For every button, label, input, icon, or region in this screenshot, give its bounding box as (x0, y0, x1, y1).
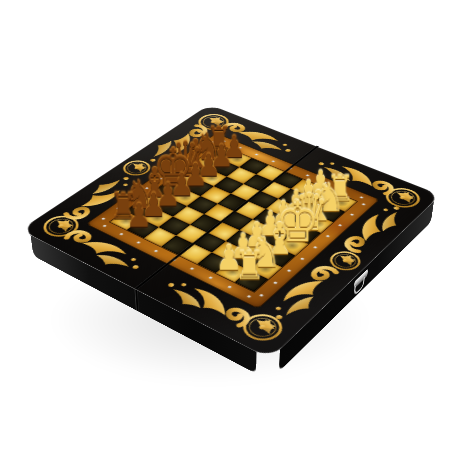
border-pin (287, 269, 291, 272)
border-pin (189, 267, 194, 270)
border-pin (136, 241, 140, 244)
border-pin (153, 250, 157, 253)
border-pin (208, 276, 213, 279)
border-pin (227, 285, 232, 288)
border-pin (350, 213, 354, 216)
fold-seam-notch (134, 289, 139, 312)
border-pin (300, 257, 304, 260)
piece-white-rook: ♜ (234, 246, 258, 285)
border-pin (102, 217, 106, 220)
border-pin (359, 196, 363, 198)
border-pin (119, 233, 123, 236)
border-pin (271, 160, 275, 162)
border-pin (246, 295, 251, 298)
border-pin (338, 224, 342, 227)
border-pin (273, 281, 278, 284)
border-pin (259, 294, 264, 297)
border-pin (254, 153, 258, 155)
border-pin (102, 224, 106, 227)
piece-black-pawn: ♟ (126, 200, 149, 233)
border-pin (362, 203, 366, 205)
scene: ♜♟♟♜♞♟♟♞♝♟♟♝♛♟♟♛♚♟♟♚♝♟♟♝♞♟♟♞♜♟♟♜ (0, 0, 450, 450)
